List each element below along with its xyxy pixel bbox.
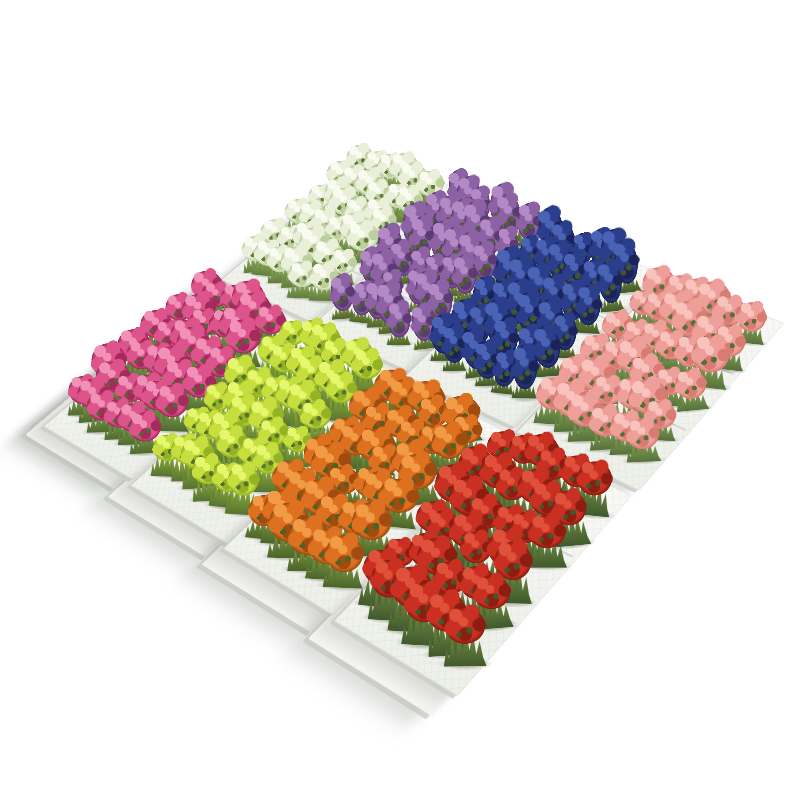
sheet-pile-plane — [50, 155, 788, 676]
product-photo — [0, 0, 800, 800]
